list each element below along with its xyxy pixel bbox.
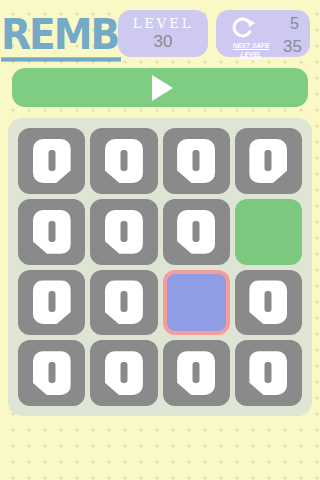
next-safe-level-value: 35 — [283, 37, 302, 57]
tile-zero-glyph — [105, 351, 143, 395]
board-cell-r2c2[interactable] — [90, 199, 157, 265]
board-cell-r3c1[interactable] — [18, 270, 85, 336]
app-logo: REMB — [1, 13, 121, 62]
tile-zero-glyph — [177, 139, 215, 183]
restart-icon[interactable] — [229, 14, 256, 41]
board — [8, 118, 312, 416]
restarts-value: 5 — [290, 15, 299, 33]
stats-panel: 5 NEXT SAFE LEVEL 35 — [216, 10, 310, 57]
board-cell-r1c1[interactable] — [18, 128, 85, 194]
zero-counter-slit — [120, 150, 127, 171]
level-value: 30 — [118, 32, 208, 52]
tile-zero-glyph — [249, 351, 287, 395]
zero-counter-slit — [48, 221, 55, 242]
tile-zero-glyph — [177, 351, 215, 395]
zero-counter-slit — [193, 221, 200, 242]
next-safe-label-line2: LEVEL — [222, 51, 280, 60]
zero-counter-slit — [48, 291, 55, 312]
board-cell-r4c3[interactable] — [163, 340, 230, 406]
board-cell-r4c1[interactable] — [18, 340, 85, 406]
zero-counter-slit — [265, 150, 272, 171]
board-cell-r1c2[interactable] — [90, 128, 157, 194]
zero-counter-slit — [193, 150, 200, 171]
board-cell-r2c3[interactable] — [163, 199, 230, 265]
board-cell-r4c4[interactable] — [235, 340, 302, 406]
tile-zero-glyph — [33, 210, 71, 254]
board-cell-r3c4[interactable] — [235, 270, 302, 336]
tile-zero-glyph — [33, 280, 71, 324]
zero-counter-slit — [48, 362, 55, 383]
zero-counter-slit — [193, 362, 200, 383]
next-safe-label-line1: NEXT SAFE — [222, 42, 280, 51]
zero-counter-slit — [265, 362, 272, 383]
board-cell-r4c2[interactable] — [90, 340, 157, 406]
tile-zero-glyph — [33, 351, 71, 395]
board-cell-r2c4[interactable] — [235, 199, 302, 265]
zero-counter-slit — [48, 150, 55, 171]
zero-counter-slit — [120, 362, 127, 383]
level-panel: LEVEL 30 — [118, 10, 208, 57]
zero-counter-slit — [120, 221, 127, 242]
tile-zero-glyph — [105, 280, 143, 324]
tile-zero-glyph — [249, 139, 287, 183]
tile-zero-glyph — [105, 139, 143, 183]
tile-zero-glyph — [177, 210, 215, 254]
tile-zero-glyph — [105, 210, 143, 254]
next-safe-level-label: NEXT SAFE LEVEL — [222, 42, 280, 60]
tile-zero-glyph — [249, 280, 287, 324]
board-cell-r3c2[interactable] — [90, 270, 157, 336]
level-label: LEVEL — [118, 16, 208, 31]
play-button[interactable] — [12, 68, 308, 107]
tile-zero-glyph — [33, 139, 71, 183]
board-cell-r1c3[interactable] — [163, 128, 230, 194]
board-cell-r1c4[interactable] — [235, 128, 302, 194]
board-cell-r2c1[interactable] — [18, 199, 85, 265]
zero-counter-slit — [120, 291, 127, 312]
board-cell-r3c3[interactable] — [163, 270, 230, 336]
zero-counter-slit — [265, 291, 272, 312]
play-triangle-icon — [152, 75, 173, 101]
